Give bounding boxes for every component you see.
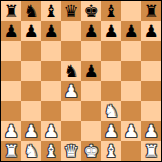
square-g6[interactable] bbox=[121, 41, 141, 61]
square-b6[interactable] bbox=[21, 41, 41, 61]
white-pawn-piece[interactable]: ♟ bbox=[143, 121, 158, 141]
square-g5[interactable] bbox=[121, 61, 141, 81]
white-pawn-piece[interactable]: ♟ bbox=[43, 121, 58, 141]
white-bishop-piece[interactable]: ♝ bbox=[43, 141, 58, 161]
square-b8[interactable]: ♞ bbox=[21, 1, 41, 21]
square-a2[interactable]: ♟ bbox=[1, 121, 21, 141]
square-g3[interactable] bbox=[121, 101, 141, 121]
square-h5[interactable] bbox=[141, 61, 161, 81]
black-pawn-piece[interactable]: ♟ bbox=[3, 21, 18, 41]
square-b5[interactable] bbox=[21, 61, 41, 81]
white-queen-piece[interactable]: ♛ bbox=[63, 141, 78, 161]
square-a6[interactable] bbox=[1, 41, 21, 61]
square-e6[interactable] bbox=[81, 41, 101, 61]
square-b2[interactable]: ♟ bbox=[21, 121, 41, 141]
square-d8[interactable]: ♛ bbox=[61, 1, 81, 21]
square-b4[interactable] bbox=[21, 81, 41, 101]
square-g7[interactable]: ♟ bbox=[121, 21, 141, 41]
square-d5[interactable]: ♞ bbox=[61, 61, 81, 81]
square-f3[interactable]: ♞ bbox=[101, 101, 121, 121]
black-pawn-piece[interactable]: ♟ bbox=[43, 21, 58, 41]
square-f2[interactable]: ♟ bbox=[101, 121, 121, 141]
white-pawn-piece[interactable]: ♟ bbox=[23, 121, 38, 141]
black-knight-piece[interactable]: ♞ bbox=[63, 61, 78, 81]
square-g4[interactable] bbox=[121, 81, 141, 101]
square-e3[interactable] bbox=[81, 101, 101, 121]
square-h4[interactable] bbox=[141, 81, 161, 101]
square-c4[interactable] bbox=[41, 81, 61, 101]
square-b1[interactable]: ♞ bbox=[21, 141, 41, 161]
black-rook-piece[interactable]: ♜ bbox=[143, 1, 158, 21]
square-a5[interactable] bbox=[1, 61, 21, 81]
square-g8[interactable] bbox=[121, 1, 141, 21]
square-a1[interactable]: ♜ bbox=[1, 141, 21, 161]
chess-board-frame: ♜♞♝♛♚♝♜♟♟♟♟♟♟♟♞♟♟♞♟♟♟♟♟♟♜♞♝♛♚♝♜ bbox=[0, 0, 162, 162]
square-a8[interactable]: ♜ bbox=[1, 1, 21, 21]
white-pawn-piece[interactable]: ♟ bbox=[123, 121, 138, 141]
black-rook-piece[interactable]: ♜ bbox=[3, 1, 18, 21]
square-c2[interactable]: ♟ bbox=[41, 121, 61, 141]
square-h1[interactable]: ♜ bbox=[141, 141, 161, 161]
white-pawn-piece[interactable]: ♟ bbox=[63, 81, 78, 101]
black-bishop-piece[interactable]: ♝ bbox=[103, 1, 118, 21]
square-c1[interactable]: ♝ bbox=[41, 141, 61, 161]
square-h6[interactable] bbox=[141, 41, 161, 61]
square-e7[interactable]: ♟ bbox=[81, 21, 101, 41]
square-h8[interactable]: ♜ bbox=[141, 1, 161, 21]
square-g2[interactable]: ♟ bbox=[121, 121, 141, 141]
square-h2[interactable]: ♟ bbox=[141, 121, 161, 141]
square-e4[interactable] bbox=[81, 81, 101, 101]
square-e5[interactable]: ♟ bbox=[81, 61, 101, 81]
black-pawn-piece[interactable]: ♟ bbox=[103, 21, 118, 41]
square-e2[interactable] bbox=[81, 121, 101, 141]
black-pawn-piece[interactable]: ♟ bbox=[123, 21, 138, 41]
square-c5[interactable] bbox=[41, 61, 61, 81]
square-b7[interactable]: ♟ bbox=[21, 21, 41, 41]
square-h3[interactable] bbox=[141, 101, 161, 121]
white-pawn-piece[interactable]: ♟ bbox=[103, 121, 118, 141]
square-h7[interactable]: ♟ bbox=[141, 21, 161, 41]
square-g1[interactable] bbox=[121, 141, 141, 161]
black-bishop-piece[interactable]: ♝ bbox=[43, 1, 58, 21]
black-pawn-piece[interactable]: ♟ bbox=[23, 21, 38, 41]
black-pawn-piece[interactable]: ♟ bbox=[83, 61, 98, 81]
square-f1[interactable]: ♝ bbox=[101, 141, 121, 161]
square-c7[interactable]: ♟ bbox=[41, 21, 61, 41]
square-c3[interactable] bbox=[41, 101, 61, 121]
square-f6[interactable] bbox=[101, 41, 121, 61]
square-d1[interactable]: ♛ bbox=[61, 141, 81, 161]
white-knight-piece[interactable]: ♞ bbox=[23, 141, 38, 161]
square-f5[interactable] bbox=[101, 61, 121, 81]
white-king-piece[interactable]: ♚ bbox=[83, 141, 98, 161]
black-king-piece[interactable]: ♚ bbox=[83, 1, 98, 21]
square-f4[interactable] bbox=[101, 81, 121, 101]
chess-board: ♜♞♝♛♚♝♜♟♟♟♟♟♟♟♞♟♟♞♟♟♟♟♟♟♜♞♝♛♚♝♜ bbox=[1, 1, 161, 161]
square-f8[interactable]: ♝ bbox=[101, 1, 121, 21]
square-a4[interactable] bbox=[1, 81, 21, 101]
square-e1[interactable]: ♚ bbox=[81, 141, 101, 161]
square-c6[interactable] bbox=[41, 41, 61, 61]
square-f7[interactable]: ♟ bbox=[101, 21, 121, 41]
square-a3[interactable] bbox=[1, 101, 21, 121]
black-queen-piece[interactable]: ♛ bbox=[63, 1, 78, 21]
square-d6[interactable] bbox=[61, 41, 81, 61]
white-bishop-piece[interactable]: ♝ bbox=[103, 141, 118, 161]
square-d3[interactable] bbox=[61, 101, 81, 121]
square-c8[interactable]: ♝ bbox=[41, 1, 61, 21]
white-rook-piece[interactable]: ♜ bbox=[143, 141, 158, 161]
square-d7[interactable] bbox=[61, 21, 81, 41]
black-pawn-piece[interactable]: ♟ bbox=[83, 21, 98, 41]
white-pawn-piece[interactable]: ♟ bbox=[3, 121, 18, 141]
square-d4[interactable]: ♟ bbox=[61, 81, 81, 101]
square-e8[interactable]: ♚ bbox=[81, 1, 101, 21]
black-pawn-piece[interactable]: ♟ bbox=[143, 21, 158, 41]
square-b3[interactable] bbox=[21, 101, 41, 121]
white-knight-piece[interactable]: ♞ bbox=[103, 101, 118, 121]
black-knight-piece[interactable]: ♞ bbox=[23, 1, 38, 21]
white-rook-piece[interactable]: ♜ bbox=[3, 141, 18, 161]
square-a7[interactable]: ♟ bbox=[1, 21, 21, 41]
square-d2[interactable] bbox=[61, 121, 81, 141]
